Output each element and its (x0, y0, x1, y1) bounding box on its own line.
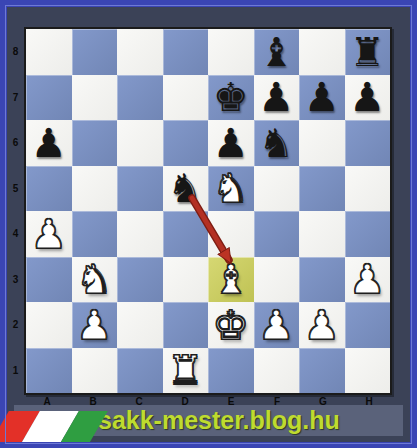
square-h1[interactable] (345, 348, 391, 394)
piece-black-king: ♚ (213, 77, 249, 117)
square-f6[interactable]: ♞ (254, 120, 300, 166)
square-f3[interactable] (254, 257, 300, 303)
piece-white-knight: ♞ (213, 168, 249, 208)
square-c7[interactable] (117, 75, 163, 121)
square-g8[interactable] (299, 29, 345, 75)
piece-white-rook: ♜ (167, 350, 203, 390)
square-h7[interactable]: ♟ (345, 75, 391, 121)
rank-label-8: 8 (7, 29, 24, 75)
square-a6[interactable]: ♟ (26, 120, 72, 166)
square-d5[interactable]: ♞ (163, 166, 209, 212)
rank-label-5: 5 (7, 166, 24, 212)
square-a8[interactable] (26, 29, 72, 75)
square-e5[interactable]: ♞ (208, 166, 254, 212)
square-g3[interactable] (299, 257, 345, 303)
square-d1[interactable]: ♜ (163, 348, 209, 394)
piece-black-pawn: ♟ (304, 77, 340, 117)
square-b6[interactable] (72, 120, 118, 166)
piece-white-pawn: ♟ (76, 305, 112, 345)
square-g5[interactable] (299, 166, 345, 212)
square-a1[interactable] (26, 348, 72, 394)
square-g4[interactable] (299, 211, 345, 257)
square-f8[interactable]: ♝ (254, 29, 300, 75)
square-a5[interactable] (26, 166, 72, 212)
square-d3[interactable] (163, 257, 209, 303)
square-h3[interactable]: ♟ (345, 257, 391, 303)
square-f1[interactable] (254, 348, 300, 394)
square-h5[interactable] (345, 166, 391, 212)
square-d4[interactable] (163, 211, 209, 257)
piece-black-knight: ♞ (167, 168, 203, 208)
square-c6[interactable] (117, 120, 163, 166)
square-f5[interactable] (254, 166, 300, 212)
piece-white-pawn: ♟ (258, 305, 294, 345)
square-h4[interactable] (345, 211, 391, 257)
piece-black-pawn: ♟ (258, 77, 294, 117)
square-b8[interactable] (72, 29, 118, 75)
hungarian-flag-icon (0, 411, 118, 442)
board-grid: ♝♜♚♟♟♟♟♟♞♞♞♟♞♝♟♟♚♟♟♜ (26, 29, 390, 393)
piece-white-pawn: ♟ (304, 305, 340, 345)
square-d6[interactable] (163, 120, 209, 166)
square-g1[interactable] (299, 348, 345, 394)
piece-black-pawn: ♟ (213, 123, 249, 163)
square-e2[interactable]: ♚ (208, 302, 254, 348)
square-d8[interactable] (163, 29, 209, 75)
square-c2[interactable] (117, 302, 163, 348)
square-a4[interactable]: ♟ (26, 211, 72, 257)
square-e1[interactable] (208, 348, 254, 394)
square-e7[interactable]: ♚ (208, 75, 254, 121)
rank-label-2: 2 (7, 302, 24, 348)
square-h6[interactable] (345, 120, 391, 166)
square-d7[interactable] (163, 75, 209, 121)
rank-label-6: 6 (7, 120, 24, 166)
piece-black-pawn: ♟ (31, 123, 67, 163)
piece-white-bishop: ♝ (213, 259, 249, 299)
square-b1[interactable] (72, 348, 118, 394)
square-c4[interactable] (117, 211, 163, 257)
square-c5[interactable] (117, 166, 163, 212)
square-g2[interactable]: ♟ (299, 302, 345, 348)
piece-white-pawn: ♟ (349, 259, 385, 299)
square-a7[interactable] (26, 75, 72, 121)
square-b5[interactable] (72, 166, 118, 212)
piece-white-king: ♚ (213, 305, 249, 345)
square-h2[interactable] (345, 302, 391, 348)
square-h8[interactable]: ♜ (345, 29, 391, 75)
square-c8[interactable] (117, 29, 163, 75)
square-f4[interactable] (254, 211, 300, 257)
square-e3[interactable]: ♝ (208, 257, 254, 303)
rank-label-7: 7 (7, 75, 24, 121)
board: ♝♜♚♟♟♟♟♟♞♞♞♟♞♝♟♟♚♟♟♜ (24, 27, 392, 395)
rank-label-4: 4 (7, 211, 24, 257)
square-e6[interactable]: ♟ (208, 120, 254, 166)
rank-labels: 87654321 (7, 29, 24, 393)
blog-watermark: sakk-mester.blog.hu (98, 405, 340, 436)
square-b4[interactable] (72, 211, 118, 257)
square-f7[interactable]: ♟ (254, 75, 300, 121)
piece-white-pawn: ♟ (31, 214, 67, 254)
rank-label-3: 3 (7, 257, 24, 303)
square-c1[interactable] (117, 348, 163, 394)
rank-label-1: 1 (7, 348, 24, 394)
square-g7[interactable]: ♟ (299, 75, 345, 121)
square-b3[interactable]: ♞ (72, 257, 118, 303)
board-margin: 87654321 ♝♜♚♟♟♟♟♟♞♞♞♟♞♝♟♟♚♟♟♜ ABCDEFGH s… (7, 7, 410, 442)
piece-black-rook: ♜ (349, 32, 385, 72)
piece-black-pawn: ♟ (349, 77, 385, 117)
square-a3[interactable] (26, 257, 72, 303)
square-d2[interactable] (163, 302, 209, 348)
square-b7[interactable] (72, 75, 118, 121)
piece-black-knight: ♞ (258, 123, 294, 163)
square-e8[interactable] (208, 29, 254, 75)
square-a2[interactable] (26, 302, 72, 348)
square-b2[interactable]: ♟ (72, 302, 118, 348)
square-g6[interactable] (299, 120, 345, 166)
chess-diagram: 87654321 ♝♜♚♟♟♟♟♟♞♞♞♟♞♝♟♟♚♟♟♜ ABCDEFGH s… (0, 0, 417, 448)
piece-white-knight: ♞ (76, 259, 112, 299)
square-e4[interactable] (208, 211, 254, 257)
square-f2[interactable]: ♟ (254, 302, 300, 348)
square-c3[interactable] (117, 257, 163, 303)
piece-black-bishop: ♝ (258, 32, 294, 72)
